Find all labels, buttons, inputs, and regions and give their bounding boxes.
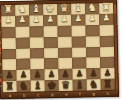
square-r7c3[interactable]: ♚	[45, 80, 59, 91]
file-label: a	[9, 94, 12, 98]
white-knight[interactable]: ♞	[87, 2, 97, 12]
file-labels: abcdefgh	[3, 91, 115, 98]
square-r2c4[interactable]	[58, 25, 72, 36]
white-pawn[interactable]: ♟	[18, 14, 26, 24]
square-r1c7[interactable]: ♟	[99, 14, 113, 25]
black-king[interactable]: ♚	[47, 79, 57, 89]
square-r7c7[interactable]: ♜	[101, 79, 115, 90]
white-pawn[interactable]: ♟	[4, 15, 12, 25]
white-pawn[interactable]: ♟	[88, 13, 96, 23]
clasp-mark	[0, 78, 2, 82]
white-pawn[interactable]: ♟	[32, 14, 40, 24]
black-knight[interactable]: ♞	[89, 78, 99, 88]
square-r2c6[interactable]	[86, 25, 100, 36]
square-r7c5[interactable]: ♝	[73, 80, 87, 91]
black-pawn[interactable]: ♟	[90, 67, 98, 77]
black-pawn[interactable]: ♟	[20, 69, 28, 79]
square-r7c6[interactable]: ♞	[87, 79, 101, 90]
clasp-mark	[0, 47, 1, 51]
file-label: e	[65, 92, 68, 96]
black-rook[interactable]: ♜	[103, 78, 113, 88]
square-r1c4[interactable]: ♟	[57, 15, 71, 26]
square-r7c1[interactable]: ♞	[17, 81, 31, 92]
black-pawn[interactable]: ♟	[62, 68, 70, 78]
white-king[interactable]: ♚	[45, 3, 55, 13]
file-label: b	[23, 93, 26, 97]
square-r4c4[interactable]	[58, 47, 72, 58]
square-r3c0[interactable]	[2, 38, 16, 49]
square-r4c7[interactable]	[100, 46, 114, 57]
square-r7c4[interactable]: ♛	[59, 80, 73, 91]
square-r4c1[interactable]	[16, 48, 30, 59]
white-bishop[interactable]: ♝	[31, 3, 41, 13]
chess-board: 12345678 abcdefgh ♜♞♝♚♛♝♞♜♟♟♟♟♟♟♟♟♟♟♟♟♟♟…	[0, 0, 119, 99]
white-rook[interactable]: ♜	[3, 4, 13, 14]
photo-background: 12345678 abcdefgh ♜♞♝♚♛♝♞♜♟♟♟♟♟♟♟♟♟♟♟♟♟♟…	[0, 0, 124, 100]
square-r3c2[interactable]	[30, 37, 44, 48]
black-bishop[interactable]: ♝	[75, 79, 85, 89]
square-r2c2[interactable]	[30, 26, 44, 37]
black-pawn[interactable]: ♟	[48, 68, 56, 78]
square-r4c3[interactable]	[44, 48, 58, 59]
square-r2c1[interactable]	[16, 26, 30, 37]
square-r3c7[interactable]	[100, 35, 114, 46]
black-knight[interactable]: ♞	[19, 80, 29, 90]
square-r3c3[interactable]	[44, 37, 58, 48]
black-bishop[interactable]: ♝	[33, 79, 43, 89]
black-pawn[interactable]: ♟	[104, 67, 112, 77]
file-label: c	[37, 93, 39, 97]
square-r1c3[interactable]: ♟	[43, 15, 57, 26]
white-pawn[interactable]: ♟	[46, 14, 54, 24]
square-r3c1[interactable]	[16, 37, 30, 48]
square-r1c6[interactable]: ♟	[85, 14, 99, 25]
square-r4c2[interactable]	[30, 48, 44, 59]
white-pawn[interactable]: ♟	[60, 14, 68, 24]
black-pawn[interactable]: ♟	[6, 69, 14, 79]
square-r3c5[interactable]	[72, 36, 86, 47]
square-r3c6[interactable]	[86, 36, 100, 47]
white-rook[interactable]: ♜	[101, 2, 111, 12]
square-r2c0[interactable]	[2, 27, 16, 38]
square-r7c0[interactable]: ♜	[3, 81, 17, 92]
black-pawn[interactable]: ♟	[76, 68, 84, 78]
square-r1c1[interactable]: ♟	[15, 15, 29, 26]
file-label: g	[92, 92, 95, 96]
board-grid: ♜♞♝♚♛♝♞♜♟♟♟♟♟♟♟♟♟♟♟♟♟♟♟♟♜♞♝♚♛♝♞♜	[1, 3, 115, 92]
square-r2c7[interactable]	[100, 25, 114, 36]
square-r3c4[interactable]	[58, 36, 72, 47]
square-r4c5[interactable]	[72, 47, 86, 58]
square-r4c0[interactable]	[2, 48, 16, 59]
file-label: d	[51, 93, 54, 97]
white-bishop[interactable]: ♝	[73, 2, 83, 12]
black-queen[interactable]: ♛	[61, 79, 71, 89]
file-label: f	[79, 92, 81, 96]
square-r2c3[interactable]	[44, 26, 58, 37]
square-r7c2[interactable]: ♝	[31, 80, 45, 91]
white-pawn[interactable]: ♟	[74, 13, 82, 23]
square-r2c5[interactable]	[72, 25, 86, 36]
hinge-mark	[114, 5, 117, 14]
file-label: h	[107, 91, 110, 95]
black-pawn[interactable]: ♟	[34, 69, 42, 79]
white-queen[interactable]: ♛	[59, 3, 69, 13]
white-knight[interactable]: ♞	[17, 4, 27, 14]
square-r1c5[interactable]: ♟	[71, 14, 85, 25]
square-r1c2[interactable]: ♟	[29, 15, 43, 26]
square-r4c6[interactable]	[86, 47, 100, 58]
black-rook[interactable]: ♜	[5, 80, 15, 90]
white-pawn[interactable]: ♟	[102, 13, 110, 23]
square-r1c0[interactable]: ♟	[1, 16, 15, 27]
